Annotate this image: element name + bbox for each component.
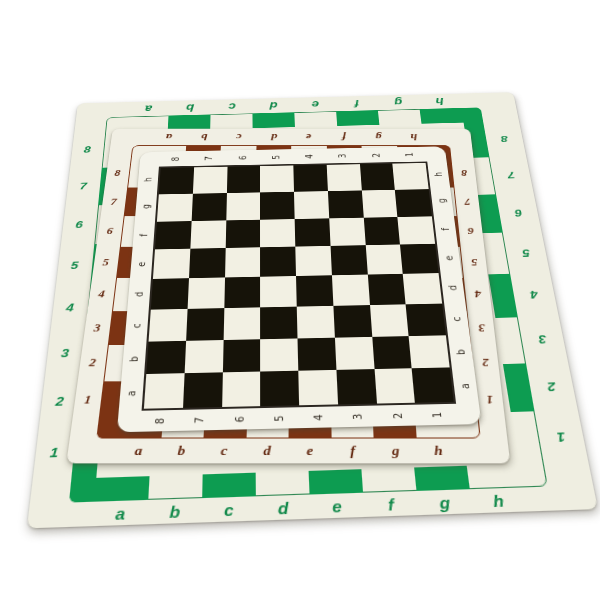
brown-border-mat-rank-label-left-5: 5 bbox=[102, 257, 110, 267]
inner-right-label-d: d bbox=[448, 285, 459, 290]
square-d8 bbox=[151, 278, 189, 309]
square-f5 bbox=[260, 219, 295, 248]
green-border-mat-file-label-bottom-h: h bbox=[492, 492, 505, 509]
perspective-scene: aa88bb77cc66dd55ee44ff33gg22hh11 aa88bb7… bbox=[0, 0, 600, 600]
square-d7 bbox=[187, 277, 224, 308]
square-a1 bbox=[412, 368, 454, 403]
inner-top-label-1: 1 bbox=[405, 152, 414, 157]
inner-right-label-h: h bbox=[434, 172, 444, 177]
brown-border-mat-file-label-bottom-f: f bbox=[350, 444, 355, 458]
inner-top-label-7: 7 bbox=[205, 156, 214, 161]
green-border-mat-file-label-bottom-d: d bbox=[278, 499, 289, 516]
square-h5 bbox=[260, 165, 294, 192]
square-b1 bbox=[409, 335, 450, 369]
inner-right-label-f: f bbox=[441, 228, 451, 231]
square-h6 bbox=[226, 166, 260, 193]
inner-left-label-b: b bbox=[129, 356, 140, 362]
square-g5 bbox=[260, 192, 294, 220]
square-b8 bbox=[146, 340, 186, 374]
square-e2 bbox=[365, 245, 403, 275]
green-border-mat-corner-tab-h8 bbox=[461, 107, 483, 122]
inner-left-label-a: a bbox=[126, 390, 137, 396]
green-border-mat-tab-bottom-e1 bbox=[309, 469, 363, 494]
square-d2 bbox=[367, 274, 405, 305]
inner-top-label-4: 4 bbox=[305, 154, 314, 159]
square-a8 bbox=[144, 373, 184, 408]
square-e6 bbox=[225, 247, 261, 277]
green-border-mat-rank-label-right-1: 1 bbox=[556, 429, 567, 443]
square-g2 bbox=[361, 190, 397, 218]
brown-border-mat-rank-label-right-3: 3 bbox=[478, 322, 486, 333]
inner-left-label-c: c bbox=[131, 324, 141, 329]
brown-border-mat-rank-label-left-1: 1 bbox=[83, 393, 91, 405]
square-f3 bbox=[329, 217, 365, 246]
square-f2 bbox=[363, 217, 400, 246]
brown-border-mat-rank-label-right-5: 5 bbox=[470, 257, 477, 267]
brown-border-mat-file-label-top-f: f bbox=[342, 133, 346, 142]
green-border-mat-rank-label-left-7: 7 bbox=[79, 181, 87, 191]
green-border-mat-file-label-bottom-f: f bbox=[387, 496, 394, 513]
square-c4 bbox=[297, 306, 335, 338]
green-border-mat-rank-label-right-2: 2 bbox=[546, 380, 556, 393]
inner-right-label-e: e bbox=[444, 255, 454, 260]
green-border-mat-rank-label-right-5: 5 bbox=[521, 247, 530, 258]
green-border-mat-file-label-top-g: g bbox=[393, 98, 402, 108]
square-d1 bbox=[403, 273, 442, 304]
square-a4 bbox=[298, 370, 338, 405]
brown-border-mat-file-label-bottom-d: d bbox=[263, 444, 271, 458]
inner-bottom-label-2: 2 bbox=[393, 412, 404, 418]
inner-top-label-8: 8 bbox=[172, 156, 181, 161]
green-border-mat-rank-label-right-6: 6 bbox=[514, 207, 523, 218]
square-h2 bbox=[360, 164, 395, 191]
brown-border-mat-rank-label-right-8: 8 bbox=[461, 169, 468, 178]
brown-border-mat-file-label-top-d: d bbox=[271, 133, 277, 142]
square-b2 bbox=[372, 336, 412, 370]
square-b3 bbox=[335, 336, 374, 370]
inner-bottom-label-6: 6 bbox=[235, 416, 246, 422]
green-border-mat-rank-label-left-1: 1 bbox=[49, 446, 59, 460]
green-border-mat-tab-top-f8 bbox=[336, 110, 379, 126]
inner-bottom-label-8: 8 bbox=[155, 417, 166, 423]
brown-border-mat-file-label-bottom-h: h bbox=[434, 444, 443, 458]
green-border-mat-file-label-top-a: a bbox=[144, 104, 152, 114]
green-border-mat-rank-label-right-4: 4 bbox=[529, 289, 539, 301]
brown-border-mat-file-label-top-g: g bbox=[375, 133, 382, 142]
inner-left-label-g: g bbox=[141, 204, 151, 209]
green-border-mat-rank-label-left-3: 3 bbox=[60, 347, 69, 360]
brown-border-mat-file-label-bottom-e: e bbox=[306, 444, 313, 458]
green-border-mat-rank-label-right-7: 7 bbox=[507, 170, 516, 180]
brown-border-mat-file-label-bottom-g: g bbox=[391, 444, 399, 458]
square-f8 bbox=[155, 221, 191, 250]
inner-right-label-a: a bbox=[460, 383, 471, 389]
checkerboard-grid bbox=[142, 162, 457, 411]
square-g8 bbox=[157, 194, 193, 222]
brown-border-mat-file-label-bottom-c: c bbox=[220, 444, 227, 458]
green-border-mat-rank-label-left-8: 8 bbox=[83, 145, 91, 155]
square-a3 bbox=[336, 369, 376, 404]
brown-border-mat-rank-label-left-3: 3 bbox=[93, 322, 101, 333]
brown-border-mat-rank-label-left-7: 7 bbox=[110, 197, 117, 206]
square-c1 bbox=[406, 303, 446, 335]
square-d3 bbox=[332, 275, 370, 306]
square-d4 bbox=[296, 275, 333, 306]
inner-right-label-b: b bbox=[455, 349, 466, 355]
square-e5 bbox=[260, 247, 296, 277]
inner-bottom-label-5: 5 bbox=[274, 415, 285, 421]
green-border-mat-file-label-top-c: c bbox=[228, 102, 235, 112]
green-border-mat-corner-tab-a1 bbox=[69, 478, 96, 503]
square-a6 bbox=[222, 372, 261, 407]
square-a7 bbox=[183, 373, 223, 408]
brown-border-mat-file-label-top-c: c bbox=[236, 133, 242, 142]
inner-left-label-f: f bbox=[139, 234, 149, 237]
brown-border-mat-rank-label-right-2: 2 bbox=[482, 357, 490, 369]
inner-left-label-d: d bbox=[134, 292, 144, 298]
inner-right-label-g: g bbox=[437, 199, 447, 204]
green-border-mat-file-label-top-b: b bbox=[185, 103, 194, 113]
square-h4 bbox=[293, 165, 327, 192]
brown-border-mat-rank-label-right-7: 7 bbox=[464, 197, 471, 206]
square-c7 bbox=[186, 308, 224, 340]
brown-border-mat-file-label-top-b: b bbox=[201, 133, 208, 142]
square-c3 bbox=[333, 305, 372, 337]
green-border-mat-rank-label-left-4: 4 bbox=[65, 302, 74, 314]
square-c5 bbox=[260, 306, 297, 338]
green-border-mat-file-label-bottom-b: b bbox=[169, 503, 180, 520]
square-a2 bbox=[374, 368, 415, 403]
square-b7 bbox=[184, 340, 223, 374]
square-e4 bbox=[295, 246, 331, 276]
green-border-mat-file-label-bottom-e: e bbox=[332, 497, 342, 514]
brown-border-mat-rank-label-left-6: 6 bbox=[106, 226, 113, 236]
green-border-mat-file-label-bottom-a: a bbox=[115, 504, 126, 521]
square-e3 bbox=[330, 245, 367, 275]
green-border-mat-rank-label-right-3: 3 bbox=[537, 333, 547, 345]
inner-bottom-label-4: 4 bbox=[314, 414, 325, 420]
black-white-chessboard-mat: 88hh77gg66ff55ee44dd33cc22bb11aa bbox=[117, 146, 482, 432]
green-border-mat-file-label-top-d: d bbox=[269, 101, 277, 111]
square-g6 bbox=[226, 192, 260, 220]
product-photo: aa88bb77cc66dd55ee44ff33gg22hh11 aa88bb7… bbox=[0, 0, 600, 600]
square-e8 bbox=[153, 249, 190, 279]
square-h8 bbox=[159, 167, 194, 194]
square-a5 bbox=[260, 371, 299, 406]
square-f4 bbox=[295, 218, 331, 247]
brown-border-mat-rank-label-left-2: 2 bbox=[88, 357, 96, 369]
inner-left-label-h: h bbox=[143, 178, 153, 183]
inner-top-label-3: 3 bbox=[339, 153, 348, 158]
square-b6 bbox=[222, 339, 260, 373]
brown-border-mat-rank-label-right-4: 4 bbox=[474, 289, 482, 300]
brown-border-mat-rank-label-right-6: 6 bbox=[467, 226, 474, 236]
green-border-mat-file-label-bottom-g: g bbox=[438, 494, 450, 511]
green-border-mat-tab-top-h8 bbox=[420, 108, 464, 124]
inner-left-label-e: e bbox=[137, 262, 147, 267]
green-border-mat-file-label-top-h: h bbox=[435, 97, 445, 107]
brown-border-mat-file-label-bottom-b: b bbox=[177, 444, 186, 458]
green-border-mat-rank-label-left-6: 6 bbox=[75, 220, 83, 231]
green-border-mat-tab-bottom-a1 bbox=[94, 476, 149, 502]
brown-border-mat-file-label-top-a: a bbox=[165, 133, 172, 142]
square-b5 bbox=[260, 338, 298, 372]
inner-top-label-6: 6 bbox=[239, 155, 248, 160]
square-h7 bbox=[193, 167, 227, 194]
green-border-mat-tab-bottom-g1 bbox=[414, 466, 470, 491]
square-c2 bbox=[369, 304, 408, 336]
brown-border-mat-rank-label-left-8: 8 bbox=[114, 169, 121, 178]
square-c6 bbox=[223, 307, 260, 339]
green-border-mat-tab-bottom-c1 bbox=[202, 473, 256, 498]
square-e1 bbox=[400, 244, 438, 274]
green-border-mat-file-label-bottom-c: c bbox=[224, 501, 234, 518]
brown-border-mat-rank-label-left-4: 4 bbox=[98, 289, 106, 300]
square-d6 bbox=[224, 277, 260, 308]
square-g1 bbox=[395, 189, 432, 217]
square-h1 bbox=[393, 163, 429, 190]
square-g4 bbox=[294, 191, 329, 219]
green-border-mat-rank-label-right-8: 8 bbox=[500, 134, 509, 143]
square-f1 bbox=[398, 216, 436, 245]
square-h3 bbox=[326, 164, 361, 191]
brown-border-mat-file-label-bottom-a: a bbox=[134, 444, 143, 458]
square-f6 bbox=[225, 219, 260, 248]
inner-top-label-5: 5 bbox=[272, 155, 281, 160]
brown-border-mat-rank-label-right-1: 1 bbox=[486, 393, 494, 405]
inner-bottom-label-3: 3 bbox=[353, 413, 364, 419]
square-c8 bbox=[149, 309, 188, 342]
green-border-mat-file-label-top-f: f bbox=[354, 99, 359, 109]
inner-bottom-label-7: 7 bbox=[195, 417, 206, 423]
brown-border-mat-file-label-top-e: e bbox=[306, 133, 311, 142]
inner-top-label-2: 2 bbox=[372, 153, 381, 158]
square-f7 bbox=[190, 220, 226, 249]
square-b4 bbox=[298, 337, 337, 371]
square-e7 bbox=[189, 248, 225, 278]
green-border-mat-rank-label-left-5: 5 bbox=[70, 260, 79, 271]
square-g7 bbox=[191, 193, 226, 221]
green-border-mat-rank-label-left-2: 2 bbox=[55, 395, 65, 408]
brown-border-mat-file-label-top-h: h bbox=[410, 133, 418, 142]
inner-bottom-label-1: 1 bbox=[432, 411, 443, 417]
inner-right-label-c: c bbox=[452, 317, 463, 322]
green-border-mat-file-label-top-e: e bbox=[311, 100, 319, 110]
square-g3 bbox=[328, 190, 364, 218]
square-d5 bbox=[260, 276, 296, 307]
green-border-mat-tab-top-d8 bbox=[252, 112, 294, 128]
